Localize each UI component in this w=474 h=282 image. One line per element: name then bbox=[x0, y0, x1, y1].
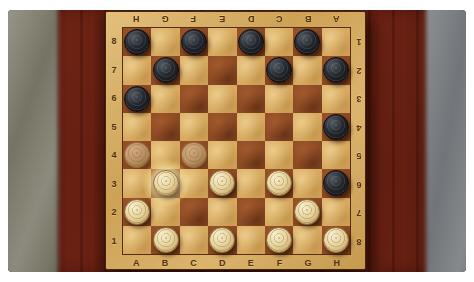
rank-label: 5 bbox=[106, 113, 122, 142]
white-piece[interactable] bbox=[323, 227, 349, 253]
square-b2 bbox=[151, 198, 179, 226]
file-label: F bbox=[179, 12, 208, 27]
square-g7 bbox=[293, 56, 321, 84]
black-piece[interactable] bbox=[124, 86, 150, 112]
square-a8[interactable] bbox=[123, 28, 151, 56]
square-f4 bbox=[265, 141, 293, 169]
square-a4[interactable] bbox=[123, 141, 151, 169]
file-label: B bbox=[294, 12, 323, 27]
square-e3 bbox=[237, 169, 265, 197]
square-h1[interactable] bbox=[322, 226, 350, 254]
rank-label: 5 bbox=[351, 141, 367, 170]
rank-label: 2 bbox=[351, 56, 367, 85]
square-f8 bbox=[265, 28, 293, 56]
square-d6 bbox=[208, 85, 236, 113]
file-label: E bbox=[237, 255, 266, 271]
square-f5[interactable] bbox=[265, 113, 293, 141]
square-e1 bbox=[237, 226, 265, 254]
rank-label: 8 bbox=[106, 27, 122, 56]
square-h3[interactable] bbox=[322, 169, 350, 197]
square-h7[interactable] bbox=[322, 56, 350, 84]
square-e6[interactable] bbox=[237, 85, 265, 113]
file-label: E bbox=[208, 12, 237, 27]
square-c3 bbox=[180, 169, 208, 197]
square-f2 bbox=[265, 198, 293, 226]
rank-label: 4 bbox=[106, 141, 122, 170]
file-label: C bbox=[265, 12, 294, 27]
square-d1[interactable] bbox=[208, 226, 236, 254]
move-hint-piece[interactable] bbox=[124, 142, 150, 168]
square-g1 bbox=[293, 226, 321, 254]
square-g6[interactable] bbox=[293, 85, 321, 113]
square-e2[interactable] bbox=[237, 198, 265, 226]
square-d3[interactable] bbox=[208, 169, 236, 197]
square-h5[interactable] bbox=[322, 113, 350, 141]
square-b5[interactable] bbox=[151, 113, 179, 141]
black-piece[interactable] bbox=[238, 29, 264, 55]
rank-label: 3 bbox=[351, 84, 367, 113]
white-piece[interactable] bbox=[294, 199, 320, 225]
rank-label: 7 bbox=[106, 56, 122, 85]
file-label: D bbox=[208, 255, 237, 271]
square-f6 bbox=[265, 85, 293, 113]
black-piece[interactable] bbox=[266, 57, 292, 83]
square-d7[interactable] bbox=[208, 56, 236, 84]
file-label: F bbox=[265, 255, 294, 271]
square-b8 bbox=[151, 28, 179, 56]
square-c5 bbox=[180, 113, 208, 141]
square-f3[interactable] bbox=[265, 169, 293, 197]
background-right-blur bbox=[426, 10, 466, 272]
square-a1 bbox=[123, 226, 151, 254]
square-b7[interactable] bbox=[151, 56, 179, 84]
square-h8 bbox=[322, 28, 350, 56]
file-label: G bbox=[151, 12, 180, 27]
square-b1[interactable] bbox=[151, 226, 179, 254]
square-c6[interactable] bbox=[180, 85, 208, 113]
file-labels-top: HGFEDCBA bbox=[122, 12, 351, 27]
square-b4 bbox=[151, 141, 179, 169]
rank-label: 8 bbox=[351, 227, 367, 256]
square-c7 bbox=[180, 56, 208, 84]
square-c1 bbox=[180, 226, 208, 254]
rank-label: 2 bbox=[106, 198, 122, 227]
square-h2 bbox=[322, 198, 350, 226]
square-a7 bbox=[123, 56, 151, 84]
file-label: G bbox=[294, 255, 323, 271]
file-label: A bbox=[322, 12, 351, 27]
square-f1[interactable] bbox=[265, 226, 293, 254]
rank-label: 4 bbox=[351, 113, 367, 142]
square-a3 bbox=[123, 169, 151, 197]
black-piece[interactable] bbox=[181, 29, 207, 55]
square-h6 bbox=[322, 85, 350, 113]
square-e4[interactable] bbox=[237, 141, 265, 169]
board-grid bbox=[122, 27, 351, 255]
black-piece[interactable] bbox=[153, 57, 179, 83]
white-piece-selected[interactable] bbox=[153, 170, 179, 196]
white-piece[interactable] bbox=[209, 227, 235, 253]
square-h4 bbox=[322, 141, 350, 169]
white-piece[interactable] bbox=[124, 199, 150, 225]
black-piece[interactable] bbox=[323, 114, 349, 140]
white-piece[interactable] bbox=[153, 227, 179, 253]
square-d8 bbox=[208, 28, 236, 56]
square-a6[interactable] bbox=[123, 85, 151, 113]
file-label: A bbox=[122, 255, 151, 271]
square-b6 bbox=[151, 85, 179, 113]
white-piece[interactable] bbox=[266, 170, 292, 196]
white-piece[interactable] bbox=[209, 170, 235, 196]
table-scene: HGFEDCBA ABCDEFGH 87654321 12345678 bbox=[8, 10, 466, 272]
square-e8[interactable] bbox=[237, 28, 265, 56]
square-g8[interactable] bbox=[293, 28, 321, 56]
rank-label: 6 bbox=[106, 84, 122, 113]
black-piece[interactable] bbox=[323, 170, 349, 196]
rank-labels-right: 12345678 bbox=[351, 27, 367, 255]
file-label: H bbox=[322, 255, 351, 271]
square-b3[interactable] bbox=[151, 169, 179, 197]
file-label: H bbox=[122, 12, 151, 27]
file-label: C bbox=[179, 255, 208, 271]
black-piece[interactable] bbox=[294, 29, 320, 55]
rank-label: 1 bbox=[106, 227, 122, 256]
square-e7 bbox=[237, 56, 265, 84]
square-g2[interactable] bbox=[293, 198, 321, 226]
square-c4[interactable] bbox=[180, 141, 208, 169]
square-a5 bbox=[123, 113, 151, 141]
square-d4 bbox=[208, 141, 236, 169]
rank-labels-left: 87654321 bbox=[106, 27, 122, 255]
square-a2[interactable] bbox=[123, 198, 151, 226]
square-c8[interactable] bbox=[180, 28, 208, 56]
square-f7[interactable] bbox=[265, 56, 293, 84]
white-piece[interactable] bbox=[266, 227, 292, 253]
square-g3 bbox=[293, 169, 321, 197]
file-label: D bbox=[237, 12, 266, 27]
square-d2 bbox=[208, 198, 236, 226]
square-e5 bbox=[237, 113, 265, 141]
rank-label: 6 bbox=[351, 170, 367, 199]
file-labels-bottom: ABCDEFGH bbox=[122, 255, 351, 271]
rank-label: 3 bbox=[106, 170, 122, 199]
background-left-blur bbox=[8, 10, 58, 272]
black-piece[interactable] bbox=[124, 29, 150, 55]
file-label: B bbox=[151, 255, 180, 271]
square-g5 bbox=[293, 113, 321, 141]
square-g4[interactable] bbox=[293, 141, 321, 169]
rank-label: 7 bbox=[351, 198, 367, 227]
square-c2[interactable] bbox=[180, 198, 208, 226]
black-piece[interactable] bbox=[323, 57, 349, 83]
checkers-board: HGFEDCBA ABCDEFGH 87654321 12345678 bbox=[105, 11, 366, 270]
square-d5[interactable] bbox=[208, 113, 236, 141]
rank-label: 1 bbox=[351, 27, 367, 56]
move-hint-piece[interactable] bbox=[181, 142, 207, 168]
